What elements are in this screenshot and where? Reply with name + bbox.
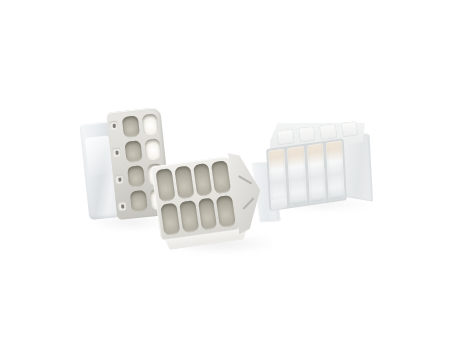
wire-entry-hole: [122, 115, 140, 138]
wire-entry-hole: [216, 194, 236, 227]
connector-right: [265, 118, 373, 211]
wire-entry-hole: [155, 168, 175, 201]
test-slot: [112, 147, 121, 157]
wire-entry-hole: [179, 200, 199, 233]
wire-entry-hole: [130, 190, 148, 213]
wire-entry-hole: [174, 165, 194, 198]
clamp-section: [306, 143, 325, 203]
wire-entry-hole: [141, 113, 159, 136]
product-photo: [0, 0, 450, 350]
wire-hole-grid: [155, 160, 235, 235]
wire-entry-hole: [127, 165, 145, 188]
connector-middle: [149, 140, 284, 258]
test-slot: [115, 174, 124, 184]
clamp-section: [287, 146, 306, 206]
chevron-groove: [238, 175, 252, 184]
wire-entry-hole: [197, 197, 217, 230]
wire-entry-hole: [211, 160, 231, 193]
chevron-groove: [243, 198, 255, 210]
wire-entry-hole: [193, 163, 213, 196]
connector-face: [151, 156, 241, 240]
wire-port: [277, 129, 294, 145]
clamp-section: [326, 141, 345, 201]
wire-port: [298, 126, 315, 142]
wire-entry-hole: [124, 140, 142, 163]
test-slot: [109, 121, 118, 131]
test-slot: [118, 201, 127, 211]
wire-port: [341, 121, 358, 137]
wire-entry-hole: [160, 202, 180, 235]
wire-port: [319, 124, 336, 140]
